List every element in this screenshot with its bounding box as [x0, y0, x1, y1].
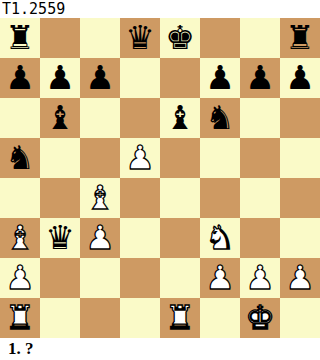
piece-black-knight: ♞ — [5, 138, 35, 178]
square-h4[interactable] — [280, 178, 320, 218]
square-f6[interactable]: ♞ — [200, 98, 240, 138]
square-c1[interactable] — [80, 298, 120, 338]
square-e4[interactable] — [160, 178, 200, 218]
square-g7[interactable]: ♟ — [240, 58, 280, 98]
title-bar: T1.2559 — [0, 0, 320, 18]
square-c6[interactable] — [80, 98, 120, 138]
square-f2[interactable]: ♟ — [200, 258, 240, 298]
puzzle-title: T1.2559 — [0, 0, 65, 18]
square-g5[interactable] — [240, 138, 280, 178]
square-h1[interactable] — [280, 298, 320, 338]
square-f3[interactable]: ♞ — [200, 218, 240, 258]
square-f8[interactable] — [200, 18, 240, 58]
piece-black-rook: ♜ — [5, 18, 35, 58]
square-h8[interactable]: ♜ — [280, 18, 320, 58]
square-f7[interactable]: ♟ — [200, 58, 240, 98]
square-e6[interactable]: ♝ — [160, 98, 200, 138]
square-b4[interactable] — [40, 178, 80, 218]
square-e8[interactable]: ♚ — [160, 18, 200, 58]
piece-white-bishop: ♝ — [85, 178, 115, 218]
piece-white-bishop: ♝ — [5, 218, 35, 258]
square-e1[interactable]: ♜ — [160, 298, 200, 338]
square-d3[interactable] — [120, 218, 160, 258]
square-c8[interactable] — [80, 18, 120, 58]
square-e5[interactable] — [160, 138, 200, 178]
square-a8[interactable]: ♜ — [0, 18, 40, 58]
square-g4[interactable] — [240, 178, 280, 218]
square-b2[interactable] — [40, 258, 80, 298]
square-d7[interactable] — [120, 58, 160, 98]
move-prompt: 1. ? — [0, 339, 34, 359]
piece-white-rook: ♜ — [5, 298, 35, 338]
square-a2[interactable]: ♟ — [0, 258, 40, 298]
piece-white-pawn: ♟ — [285, 258, 315, 298]
square-h2[interactable]: ♟ — [280, 258, 320, 298]
square-g2[interactable]: ♟ — [240, 258, 280, 298]
piece-black-pawn: ♟ — [245, 58, 275, 98]
piece-black-pawn: ♟ — [5, 58, 35, 98]
square-e7[interactable] — [160, 58, 200, 98]
square-d1[interactable] — [120, 298, 160, 338]
chess-puzzle-app: T1.2559 ♜♛♚♜♟♟♟♟♟♟♝♝♞♞♟♝♝♛♟♞♟♟♟♟♜♜♚ 1. ? — [0, 0, 320, 360]
square-g8[interactable] — [240, 18, 280, 58]
square-a7[interactable]: ♟ — [0, 58, 40, 98]
piece-black-knight: ♞ — [205, 98, 235, 138]
piece-white-knight: ♞ — [205, 218, 235, 258]
square-d6[interactable] — [120, 98, 160, 138]
square-c2[interactable] — [80, 258, 120, 298]
piece-black-pawn: ♟ — [45, 58, 75, 98]
piece-white-pawn: ♟ — [205, 258, 235, 298]
square-f4[interactable] — [200, 178, 240, 218]
square-e2[interactable] — [160, 258, 200, 298]
square-b1[interactable] — [40, 298, 80, 338]
square-b3[interactable]: ♛ — [40, 218, 80, 258]
piece-black-pawn: ♟ — [85, 58, 115, 98]
square-b6[interactable]: ♝ — [40, 98, 80, 138]
square-a4[interactable] — [0, 178, 40, 218]
chess-board: ♜♛♚♜♟♟♟♟♟♟♝♝♞♞♟♝♝♛♟♞♟♟♟♟♜♜♚ — [0, 18, 320, 338]
piece-black-rook: ♜ — [285, 18, 315, 58]
square-h5[interactable] — [280, 138, 320, 178]
piece-black-pawn: ♟ — [285, 58, 315, 98]
square-h7[interactable]: ♟ — [280, 58, 320, 98]
piece-white-pawn: ♟ — [245, 258, 275, 298]
piece-black-queen: ♛ — [45, 218, 75, 258]
square-c3[interactable]: ♟ — [80, 218, 120, 258]
square-g1[interactable]: ♚ — [240, 298, 280, 338]
piece-white-king: ♚ — [245, 298, 275, 338]
square-d2[interactable] — [120, 258, 160, 298]
square-b8[interactable] — [40, 18, 80, 58]
square-d4[interactable] — [120, 178, 160, 218]
piece-white-pawn: ♟ — [125, 138, 155, 178]
square-a5[interactable]: ♞ — [0, 138, 40, 178]
square-b5[interactable] — [40, 138, 80, 178]
square-a1[interactable]: ♜ — [0, 298, 40, 338]
square-c4[interactable]: ♝ — [80, 178, 120, 218]
piece-white-pawn: ♟ — [5, 258, 35, 298]
piece-black-pawn: ♟ — [205, 58, 235, 98]
piece-black-bishop: ♝ — [165, 98, 195, 138]
square-a3[interactable]: ♝ — [0, 218, 40, 258]
status-bar: 1. ? — [0, 338, 320, 360]
square-e3[interactable] — [160, 218, 200, 258]
piece-black-queen: ♛ — [125, 18, 155, 58]
square-a6[interactable] — [0, 98, 40, 138]
square-b7[interactable]: ♟ — [40, 58, 80, 98]
square-h3[interactable] — [280, 218, 320, 258]
piece-black-bishop: ♝ — [45, 98, 75, 138]
piece-white-pawn: ♟ — [85, 218, 115, 258]
square-d8[interactable]: ♛ — [120, 18, 160, 58]
square-f5[interactable] — [200, 138, 240, 178]
square-c5[interactable] — [80, 138, 120, 178]
piece-black-king: ♚ — [165, 18, 195, 58]
square-d5[interactable]: ♟ — [120, 138, 160, 178]
square-c7[interactable]: ♟ — [80, 58, 120, 98]
square-h6[interactable] — [280, 98, 320, 138]
square-f1[interactable] — [200, 298, 240, 338]
square-g6[interactable] — [240, 98, 280, 138]
piece-white-rook: ♜ — [165, 298, 195, 338]
square-g3[interactable] — [240, 218, 280, 258]
